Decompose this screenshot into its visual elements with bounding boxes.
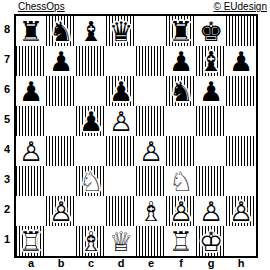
piece-black-knight-f6[interactable]: ♞♞ <box>166 76 196 106</box>
rank-label-3: 3 <box>0 164 14 194</box>
square-a3[interactable] <box>16 166 46 196</box>
square-a1[interactable]: ♜♖ <box>16 226 46 256</box>
white-king-glyph: ♔ <box>196 226 226 256</box>
piece-white-king-g1[interactable]: ♚♔ <box>196 226 226 256</box>
file-labels: abcdefgh <box>16 257 256 270</box>
chessops-window: ChessOps © EUdesign 87654321 ♜♜♞♞♝♝♛♛♜♜♚… <box>0 0 270 270</box>
square-g7[interactable]: ♝♝ <box>196 46 226 76</box>
square-h2[interactable]: ♟♙ <box>226 196 256 226</box>
piece-black-king-g8[interactable]: ♚♚ <box>196 16 226 46</box>
rank-label-8: 8 <box>0 14 14 44</box>
square-b6[interactable] <box>46 76 76 106</box>
square-c2[interactable] <box>76 196 106 226</box>
square-h6[interactable] <box>226 76 256 106</box>
piece-white-rook-a1[interactable]: ♜♖ <box>16 226 46 256</box>
black-rook-glyph: ♜ <box>16 16 46 46</box>
black-pawn-glyph: ♟ <box>226 46 256 76</box>
piece-white-pawn-d5[interactable]: ♟♙ <box>106 106 136 136</box>
square-e1[interactable] <box>136 226 166 256</box>
piece-white-pawn-h2[interactable]: ♟♙ <box>226 196 256 226</box>
piece-black-knight-b8[interactable]: ♞♞ <box>46 16 76 46</box>
square-b1[interactable] <box>46 226 76 256</box>
square-g2[interactable]: ♟♙ <box>196 196 226 226</box>
square-b2[interactable]: ♟♙ <box>46 196 76 226</box>
piece-white-pawn-f2[interactable]: ♟♙ <box>166 196 196 226</box>
square-f2[interactable]: ♟♙ <box>166 196 196 226</box>
square-b4[interactable] <box>46 136 76 166</box>
chess-board[interactable]: ♜♜♞♞♝♝♛♛♜♜♚♚♟♟♟♟♝♝♟♟♟♟♟♟♞♞♟♟♟♟♟♙♟♙♟♙♞♘♞♘… <box>14 14 258 258</box>
rank-label-5: 5 <box>0 104 14 134</box>
file-label-e: e <box>136 257 166 270</box>
piece-black-pawn-b7[interactable]: ♟♟ <box>46 46 76 76</box>
square-a7[interactable] <box>16 46 46 76</box>
piece-black-pawn-a6[interactable]: ♟♟ <box>16 76 46 106</box>
file-label-g: g <box>196 257 226 270</box>
square-g1[interactable]: ♚♔ <box>196 226 226 256</box>
piece-black-pawn-h7[interactable]: ♟♟ <box>226 46 256 76</box>
square-a6[interactable]: ♟♟ <box>16 76 46 106</box>
file-label-f: f <box>166 257 196 270</box>
square-f7[interactable]: ♟♟ <box>166 46 196 76</box>
app-title: ChessOps <box>18 1 65 12</box>
square-h5[interactable] <box>226 106 256 136</box>
square-d2[interactable] <box>106 196 136 226</box>
square-d4[interactable] <box>106 136 136 166</box>
square-d8[interactable]: ♛♛ <box>106 16 136 46</box>
black-pawn-glyph: ♟ <box>166 46 196 76</box>
square-f4[interactable] <box>166 136 196 166</box>
white-rook-glyph: ♖ <box>166 226 196 256</box>
square-e8[interactable] <box>136 16 166 46</box>
square-c4[interactable] <box>76 136 106 166</box>
black-knight-glyph: ♞ <box>166 76 196 106</box>
black-queen-glyph: ♛ <box>106 16 136 46</box>
square-g6[interactable]: ♟♟ <box>196 76 226 106</box>
square-e5[interactable] <box>136 106 166 136</box>
white-bishop-glyph: ♗ <box>76 226 106 256</box>
black-king-glyph: ♚ <box>196 16 226 46</box>
piece-black-bishop-c8[interactable]: ♝♝ <box>76 16 106 46</box>
square-h4[interactable] <box>226 136 256 166</box>
white-bishop-glyph: ♗ <box>136 196 166 226</box>
square-d1[interactable]: ♛♕ <box>106 226 136 256</box>
square-e4[interactable]: ♟♙ <box>136 136 166 166</box>
square-c3[interactable]: ♞♘ <box>76 166 106 196</box>
black-bishop-glyph: ♝ <box>196 46 226 76</box>
square-d5[interactable]: ♟♙ <box>106 106 136 136</box>
file-label-a: a <box>16 257 46 270</box>
square-e3[interactable] <box>136 166 166 196</box>
piece-black-pawn-f7[interactable]: ♟♟ <box>166 46 196 76</box>
square-b3[interactable] <box>46 166 76 196</box>
black-knight-glyph: ♞ <box>46 16 76 46</box>
square-f6[interactable]: ♞♞ <box>166 76 196 106</box>
white-pawn-glyph: ♙ <box>106 106 136 136</box>
rank-label-4: 4 <box>0 134 14 164</box>
black-bishop-glyph: ♝ <box>76 16 106 46</box>
square-b8[interactable]: ♞♞ <box>46 16 76 46</box>
piece-white-queen-d1[interactable]: ♛♕ <box>106 226 136 256</box>
square-c1[interactable]: ♝♗ <box>76 226 106 256</box>
piece-white-knight-c3[interactable]: ♞♘ <box>76 166 106 196</box>
square-g3[interactable] <box>196 166 226 196</box>
piece-white-pawn-g2[interactable]: ♟♙ <box>196 196 226 226</box>
black-pawn-glyph: ♟ <box>46 46 76 76</box>
square-a2[interactable] <box>16 196 46 226</box>
square-a4[interactable]: ♟♙ <box>16 136 46 166</box>
white-pawn-glyph: ♙ <box>226 196 256 226</box>
white-pawn-glyph: ♙ <box>136 136 166 166</box>
square-e7[interactable] <box>136 46 166 76</box>
black-pawn-glyph: ♟ <box>76 106 106 136</box>
piece-black-pawn-g6[interactable]: ♟♟ <box>196 76 226 106</box>
square-b7[interactable]: ♟♟ <box>46 46 76 76</box>
square-b5[interactable] <box>46 106 76 136</box>
white-pawn-glyph: ♙ <box>196 196 226 226</box>
square-a5[interactable] <box>16 106 46 136</box>
square-f5[interactable] <box>166 106 196 136</box>
credit-label: © EUdesign <box>213 1 267 12</box>
square-c6[interactable] <box>76 76 106 106</box>
piece-black-pawn-c5[interactable]: ♟♟ <box>76 106 106 136</box>
white-knight-glyph: ♘ <box>166 166 196 196</box>
piece-black-rook-f8[interactable]: ♜♜ <box>166 16 196 46</box>
square-c7[interactable] <box>76 46 106 76</box>
piece-white-rook-f1[interactable]: ♜♖ <box>166 226 196 256</box>
square-h3[interactable] <box>226 166 256 196</box>
piece-white-knight-f3[interactable]: ♞♘ <box>166 166 196 196</box>
square-d7[interactable] <box>106 46 136 76</box>
square-h1[interactable] <box>226 226 256 256</box>
square-g4[interactable] <box>196 136 226 166</box>
piece-white-pawn-e4[interactable]: ♟♙ <box>136 136 166 166</box>
white-queen-glyph: ♕ <box>106 226 136 256</box>
rank-label-7: 7 <box>0 44 14 74</box>
square-c8[interactable]: ♝♝ <box>76 16 106 46</box>
rank-label-1: 1 <box>0 224 14 254</box>
square-g8[interactable]: ♚♚ <box>196 16 226 46</box>
square-h7[interactable]: ♟♟ <box>226 46 256 76</box>
file-label-c: c <box>76 257 106 270</box>
square-e6[interactable] <box>136 76 166 106</box>
black-pawn-glyph: ♟ <box>16 76 46 106</box>
file-label-d: d <box>106 257 136 270</box>
white-pawn-glyph: ♙ <box>46 196 76 226</box>
black-rook-glyph: ♜ <box>166 16 196 46</box>
white-knight-glyph: ♘ <box>76 166 106 196</box>
piece-white-bishop-e2[interactable]: ♝♗ <box>136 196 166 226</box>
piece-black-queen-d8[interactable]: ♛♛ <box>106 16 136 46</box>
piece-black-bishop-g7[interactable]: ♝♝ <box>196 46 226 76</box>
file-label-b: b <box>46 257 76 270</box>
rank-label-6: 6 <box>0 74 14 104</box>
square-f1[interactable]: ♜♖ <box>166 226 196 256</box>
square-h8[interactable] <box>226 16 256 46</box>
piece-black-pawn-d6[interactable]: ♟♟ <box>106 76 136 106</box>
black-pawn-glyph: ♟ <box>196 76 226 106</box>
black-pawn-glyph: ♟ <box>106 76 136 106</box>
piece-white-pawn-a4[interactable]: ♟♙ <box>16 136 46 166</box>
square-c5[interactable]: ♟♟ <box>76 106 106 136</box>
file-label-h: h <box>226 257 256 270</box>
square-a8[interactable]: ♜♜ <box>16 16 46 46</box>
square-e2[interactable]: ♝♗ <box>136 196 166 226</box>
square-d3[interactable] <box>106 166 136 196</box>
white-pawn-glyph: ♙ <box>166 196 196 226</box>
square-f3[interactable]: ♞♘ <box>166 166 196 196</box>
piece-white-bishop-c1[interactable]: ♝♗ <box>76 226 106 256</box>
square-g5[interactable] <box>196 106 226 136</box>
rank-label-2: 2 <box>0 194 14 224</box>
piece-white-pawn-b2[interactable]: ♟♙ <box>46 196 76 226</box>
piece-black-rook-a8[interactable]: ♜♜ <box>16 16 46 46</box>
white-pawn-glyph: ♙ <box>16 136 46 166</box>
rank-labels: 87654321 <box>0 14 14 258</box>
square-f8[interactable]: ♜♜ <box>166 16 196 46</box>
square-d6[interactable]: ♟♟ <box>106 76 136 106</box>
white-rook-glyph: ♖ <box>16 226 46 256</box>
